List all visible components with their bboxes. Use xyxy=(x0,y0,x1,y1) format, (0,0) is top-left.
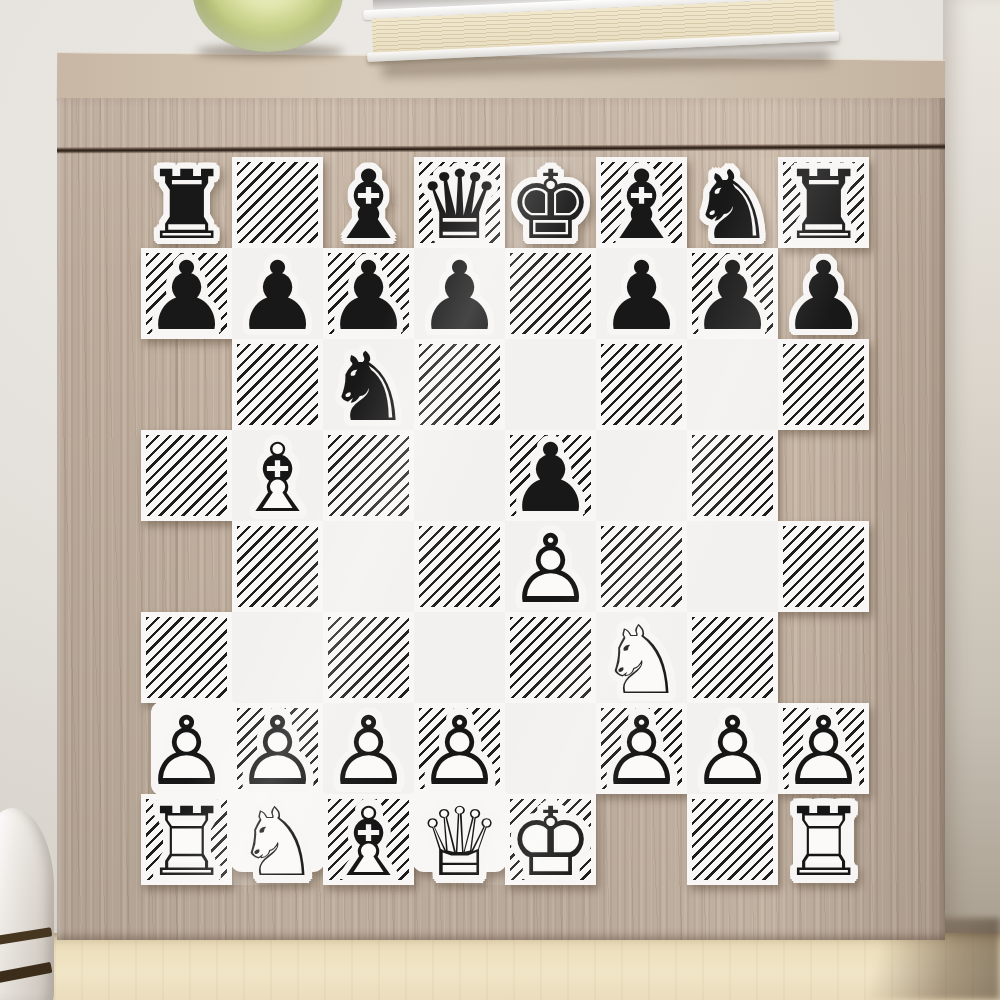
dark-square-hatch xyxy=(328,617,409,698)
dark-square-hatch xyxy=(328,435,409,516)
white-knight-f3: ♞♘ xyxy=(596,612,687,703)
square-d8: ♛ xyxy=(414,157,505,248)
square-b5: ♝♗ xyxy=(232,430,323,521)
wood-grain-streak xyxy=(875,158,878,934)
square-c8: ♝ xyxy=(323,157,414,248)
square-d7: ♟ xyxy=(414,248,505,339)
square-d1: ♛♕ xyxy=(414,794,505,885)
dark-square-hatch xyxy=(601,344,682,425)
square-g3 xyxy=(687,612,778,703)
square-e6 xyxy=(505,339,596,430)
black-rook-h8: ♜ xyxy=(778,157,869,248)
black-knight-c6: ♞ xyxy=(323,339,414,430)
white-pawn-h2: ♟♙ xyxy=(778,703,869,794)
white-bishop-c1: ♝♗ xyxy=(323,794,414,885)
square-e5: ♟ xyxy=(505,430,596,521)
white-shoe xyxy=(0,808,54,1000)
wall-right-shaded xyxy=(943,0,1000,940)
glass-bowl xyxy=(190,0,348,54)
square-h1: ♜♖ xyxy=(778,794,869,885)
square-a6 xyxy=(141,339,232,430)
black-pawn-f7: ♟ xyxy=(596,248,687,339)
white-king-e1: ♚♔ xyxy=(505,794,596,885)
black-pawn-e5: ♟ xyxy=(505,430,596,521)
square-e4: ♟♙ xyxy=(505,521,596,612)
square-h3 xyxy=(778,612,869,703)
square-f8: ♝ xyxy=(596,157,687,248)
dark-square-hatch xyxy=(237,526,318,607)
white-pawn-f2: ♟♙ xyxy=(596,703,687,794)
black-queen-d8: ♛ xyxy=(414,157,505,248)
dark-square-hatch xyxy=(146,617,227,698)
square-a8: ♜ xyxy=(141,157,232,248)
square-f7: ♟ xyxy=(596,248,687,339)
square-f5 xyxy=(596,430,687,521)
square-c6: ♞ xyxy=(323,339,414,430)
dark-square-hatch xyxy=(510,253,591,334)
wooden-floor xyxy=(0,933,1000,1000)
chessboard-sticker: ♜♝♛♚♝♞♜♟♟♟♟♟♟♟♞♝♗♟♟♙♞♘♟♙♟♙♟♙♟♙♟♙♟♙♟♙♜♖♞♘… xyxy=(141,157,869,885)
square-g2: ♟♙ xyxy=(687,703,778,794)
square-f1 xyxy=(596,794,687,885)
square-c5 xyxy=(323,430,414,521)
square-d3 xyxy=(414,612,505,703)
square-b1: ♞♘ xyxy=(232,794,323,885)
glass-bowl-body xyxy=(193,0,343,52)
square-d6 xyxy=(414,339,505,430)
square-g6 xyxy=(687,339,778,430)
dark-square-hatch xyxy=(510,617,591,698)
black-pawn-g7: ♟ xyxy=(687,248,778,339)
square-f4 xyxy=(596,521,687,612)
square-a2: ♟♙ xyxy=(141,703,232,794)
square-h4 xyxy=(778,521,869,612)
square-a3 xyxy=(141,612,232,703)
white-pawn-e4: ♟♙ xyxy=(505,521,596,612)
white-queen-d1: ♛♕ xyxy=(414,794,505,885)
square-g8: ♞ xyxy=(687,157,778,248)
square-e3 xyxy=(505,612,596,703)
square-f2: ♟♙ xyxy=(596,703,687,794)
square-c1: ♝♗ xyxy=(323,794,414,885)
square-h8: ♜ xyxy=(778,157,869,248)
square-h7: ♟ xyxy=(778,248,869,339)
square-d2: ♟♙ xyxy=(414,703,505,794)
square-d4 xyxy=(414,521,505,612)
dark-square-hatch xyxy=(237,344,318,425)
square-c3 xyxy=(323,612,414,703)
dark-square-hatch xyxy=(783,344,864,425)
black-pawn-b7: ♟ xyxy=(232,248,323,339)
square-a1: ♜♖ xyxy=(141,794,232,885)
white-rook-a1: ♜♖ xyxy=(141,794,232,885)
square-h6 xyxy=(778,339,869,430)
black-pawn-d7: ♟ xyxy=(414,248,505,339)
white-pawn-b2: ♟♙ xyxy=(232,703,323,794)
black-pawn-c7: ♟ xyxy=(323,248,414,339)
white-bishop-b5: ♝♗ xyxy=(232,430,323,521)
dark-square-hatch xyxy=(692,799,773,880)
dark-square-hatch xyxy=(692,435,773,516)
square-b2: ♟♙ xyxy=(232,703,323,794)
black-rook-a8: ♜ xyxy=(141,157,232,248)
square-g7: ♟ xyxy=(687,248,778,339)
square-e2 xyxy=(505,703,596,794)
square-h2: ♟♙ xyxy=(778,703,869,794)
black-king-e8: ♚ xyxy=(505,157,596,248)
square-g1 xyxy=(687,794,778,885)
square-a5 xyxy=(141,430,232,521)
square-f3: ♞♘ xyxy=(596,612,687,703)
dark-square-hatch xyxy=(783,526,864,607)
square-b3 xyxy=(232,612,323,703)
square-b4 xyxy=(232,521,323,612)
white-pawn-c2: ♟♙ xyxy=(323,703,414,794)
dark-square-hatch xyxy=(237,162,318,243)
square-e8: ♚ xyxy=(505,157,596,248)
white-pawn-g2: ♟♙ xyxy=(687,703,778,794)
square-f6 xyxy=(596,339,687,430)
square-c4 xyxy=(323,521,414,612)
square-b8 xyxy=(232,157,323,248)
dark-square-hatch xyxy=(419,526,500,607)
square-c2: ♟♙ xyxy=(323,703,414,794)
white-rook-h1: ♜♖ xyxy=(778,794,869,885)
dark-square-hatch xyxy=(601,526,682,607)
black-knight-g8: ♞ xyxy=(687,157,778,248)
square-c7: ♟ xyxy=(323,248,414,339)
square-e1: ♚♔ xyxy=(505,794,596,885)
dark-square-hatch xyxy=(146,435,227,516)
black-pawn-h7: ♟ xyxy=(778,248,869,339)
square-e7 xyxy=(505,248,596,339)
square-a4 xyxy=(141,521,232,612)
square-d5 xyxy=(414,430,505,521)
square-a7: ♟ xyxy=(141,248,232,339)
black-bishop-f8: ♝ xyxy=(596,157,687,248)
white-pawn-d2: ♟♙ xyxy=(414,703,505,794)
square-h5 xyxy=(778,430,869,521)
square-g4 xyxy=(687,521,778,612)
square-b7: ♟ xyxy=(232,248,323,339)
dark-square-hatch xyxy=(692,617,773,698)
white-knight-b1: ♞♘ xyxy=(232,794,323,885)
white-pawn-a2: ♟♙ xyxy=(141,703,232,794)
square-b6 xyxy=(232,339,323,430)
black-bishop-c8: ♝ xyxy=(323,157,414,248)
black-pawn-a7: ♟ xyxy=(141,248,232,339)
square-g5 xyxy=(687,430,778,521)
dark-square-hatch xyxy=(419,344,500,425)
